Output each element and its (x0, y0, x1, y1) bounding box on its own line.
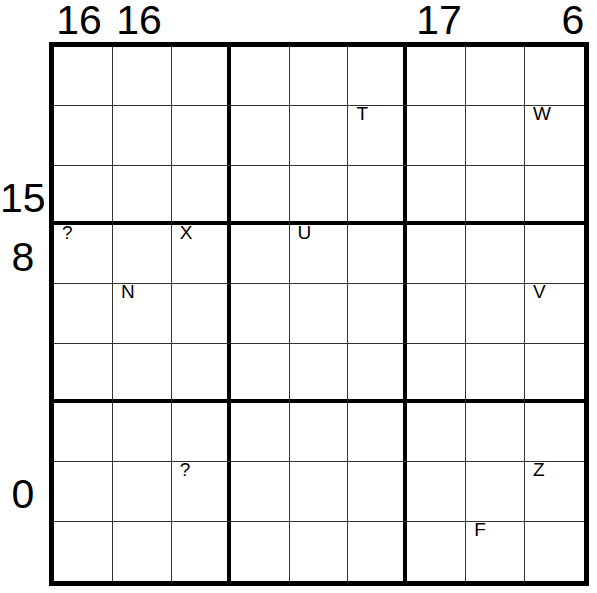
cell-r7c3[interactable] (172, 403, 231, 462)
top-clue-col1: 16 (49, 0, 109, 41)
cell-r4c4[interactable] (231, 225, 290, 284)
cell-r3c5[interactable] (290, 166, 349, 225)
left-clue-row5 (0, 287, 46, 346)
cell-r5c1[interactable] (54, 284, 113, 343)
left-clue-row6 (0, 347, 46, 406)
top-clue-value: 16 (116, 0, 162, 41)
cell-r2c5[interactable] (290, 106, 349, 165)
left-clue-value: 8 (11, 237, 34, 278)
cell-label: V (533, 281, 546, 303)
cell-r9c5[interactable] (290, 522, 349, 581)
cell-r3c3[interactable] (172, 166, 231, 225)
cell-r7c7[interactable] (407, 403, 466, 462)
left-clue-row1 (0, 50, 46, 109)
cell-r1c7[interactable] (407, 47, 466, 106)
sudoku-board: TW?XUNV?ZF (49, 42, 589, 586)
cell-r9c4[interactable] (231, 522, 290, 581)
cell-r7c5[interactable] (290, 403, 349, 462)
left-clue-row9 (0, 525, 46, 584)
cell-r9c2[interactable] (113, 522, 172, 581)
cell-r6c1[interactable] (54, 344, 113, 403)
left-clues-column: 1580 (0, 47, 45, 581)
left-clue-row3: 15 (0, 169, 46, 228)
cell-r7c6[interactable] (348, 403, 407, 462)
cell-r6c7[interactable] (407, 344, 466, 403)
cell-label: N (121, 281, 135, 303)
left-clue-row2 (0, 109, 46, 168)
cell-r4c1[interactable]: ? (54, 225, 113, 284)
cell-label: Z (533, 459, 545, 481)
cell-r7c8[interactable] (466, 403, 525, 462)
cell-r2c4[interactable] (231, 106, 290, 165)
cell-r9c9[interactable] (525, 522, 584, 581)
top-clue-col5 (289, 0, 349, 41)
cell-r3c4[interactable] (231, 166, 290, 225)
cell-r2c9[interactable]: W (525, 106, 584, 165)
cell-r8c9[interactable]: Z (525, 462, 584, 521)
cell-r8c2[interactable] (113, 462, 172, 521)
cell-r5c5[interactable] (290, 284, 349, 343)
cell-r4c2[interactable] (113, 225, 172, 284)
cell-r1c2[interactable] (113, 47, 172, 106)
cell-r2c7[interactable] (407, 106, 466, 165)
cell-r1c1[interactable] (54, 47, 113, 106)
top-clue-col3 (169, 0, 229, 41)
cell-r9c8[interactable]: F (466, 522, 525, 581)
cell-r6c3[interactable] (172, 344, 231, 403)
left-clue-value: 15 (0, 178, 46, 219)
cell-r9c3[interactable] (172, 522, 231, 581)
cell-r1c3[interactable] (172, 47, 231, 106)
cell-r3c1[interactable] (54, 166, 113, 225)
cell-r8c5[interactable] (290, 462, 349, 521)
cell-r4c5[interactable]: U (290, 225, 349, 284)
cell-r7c4[interactable] (231, 403, 290, 462)
cell-label: ? (180, 459, 191, 481)
cell-r9c1[interactable] (54, 522, 113, 581)
cell-r5c3[interactable] (172, 284, 231, 343)
cell-r1c8[interactable] (466, 47, 525, 106)
cell-r2c8[interactable] (466, 106, 525, 165)
cell-r7c1[interactable] (54, 403, 113, 462)
top-clues-row: 1616176 (49, 0, 589, 38)
cell-r2c2[interactable] (113, 106, 172, 165)
cell-r3c2[interactable] (113, 166, 172, 225)
cell-r7c2[interactable] (113, 403, 172, 462)
cell-r3c7[interactable] (407, 166, 466, 225)
cell-r5c9[interactable]: V (525, 284, 584, 343)
left-clue-row8: 0 (0, 465, 46, 524)
cell-r6c9[interactable] (525, 344, 584, 403)
cell-label: X (180, 222, 193, 244)
top-clue-col9: 6 (529, 0, 589, 41)
cell-label: F (474, 519, 486, 541)
cell-r1c5[interactable] (290, 47, 349, 106)
top-clue-value: 16 (56, 0, 102, 41)
cell-r1c6[interactable] (348, 47, 407, 106)
top-clue-value: 6 (562, 0, 585, 41)
top-clue-col4 (229, 0, 289, 41)
cell-r1c9[interactable] (525, 47, 584, 106)
top-clue-value: 17 (416, 0, 462, 41)
cell-r4c6[interactable] (348, 225, 407, 284)
cell-r8c7[interactable] (407, 462, 466, 521)
cell-r4c3[interactable]: X (172, 225, 231, 284)
cell-r8c8[interactable] (466, 462, 525, 521)
cell-r6c5[interactable] (290, 344, 349, 403)
top-clue-col6 (349, 0, 409, 41)
cell-r7c9[interactable] (525, 403, 584, 462)
cell-r9c7[interactable] (407, 522, 466, 581)
cell-r6c2[interactable] (113, 344, 172, 403)
cell-r5c6[interactable] (348, 284, 407, 343)
cell-r8c6[interactable] (348, 462, 407, 521)
cell-r6c4[interactable] (231, 344, 290, 403)
cell-label: ? (62, 222, 73, 244)
left-clue-row7 (0, 406, 46, 465)
top-clue-col7: 17 (409, 0, 469, 41)
cell-r6c8[interactable] (466, 344, 525, 403)
cell-r2c3[interactable] (172, 106, 231, 165)
top-clue-col8 (469, 0, 529, 41)
cell-r4c7[interactable] (407, 225, 466, 284)
cell-r5c8[interactable] (466, 284, 525, 343)
cell-r5c4[interactable] (231, 284, 290, 343)
cell-r2c1[interactable] (54, 106, 113, 165)
cell-r9c6[interactable] (348, 522, 407, 581)
cell-r8c3[interactable]: ? (172, 462, 231, 521)
cell-r8c1[interactable] (54, 462, 113, 521)
puzzle-diagram: 1616176 1580 TW?XUNV?ZF (0, 0, 597, 593)
cell-r4c8[interactable] (466, 225, 525, 284)
cell-r3c6[interactable] (348, 166, 407, 225)
cell-r3c9[interactable] (525, 166, 584, 225)
left-clue-value: 0 (11, 474, 34, 515)
cell-r2c6[interactable]: T (348, 106, 407, 165)
left-clue-row4: 8 (0, 228, 46, 287)
cell-r1c4[interactable] (231, 47, 290, 106)
top-clue-col2: 16 (109, 0, 169, 41)
cell-label: W (533, 103, 551, 125)
cell-r3c8[interactable] (466, 166, 525, 225)
cell-r8c4[interactable] (231, 462, 290, 521)
cell-r4c9[interactable] (525, 225, 584, 284)
cell-label: U (298, 222, 312, 244)
cell-label: T (356, 103, 368, 125)
cell-r5c7[interactable] (407, 284, 466, 343)
cell-r6c6[interactable] (348, 344, 407, 403)
cell-r5c2[interactable]: N (113, 284, 172, 343)
